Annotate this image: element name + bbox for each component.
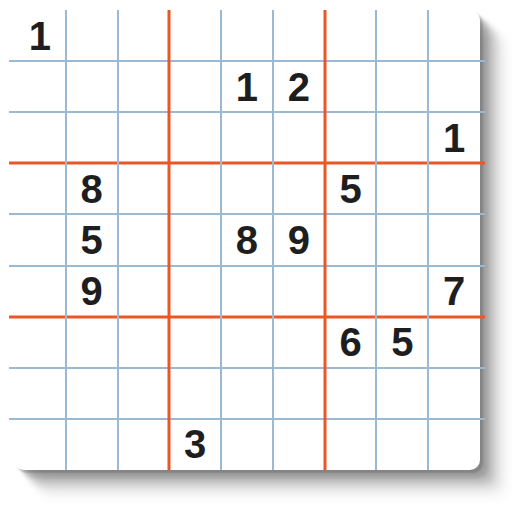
cell-r6c8[interactable]: [376, 266, 428, 317]
cell-r5c1[interactable]: [14, 214, 66, 265]
cell-r3c5[interactable]: [221, 112, 273, 163]
cell-r9c9[interactable]: [428, 419, 480, 470]
cell-r9c7[interactable]: [325, 419, 377, 470]
cell-r3c9[interactable]: 1: [428, 112, 480, 163]
cell-r2c8[interactable]: [376, 61, 428, 112]
cell-r6c6[interactable]: [273, 266, 325, 317]
cell-r5c8[interactable]: [376, 214, 428, 265]
cell-r1c1[interactable]: 1: [14, 10, 66, 61]
cell-r3c6[interactable]: [273, 112, 325, 163]
cell-r2c7[interactable]: [325, 61, 377, 112]
cell-r9c6[interactable]: [273, 419, 325, 470]
cell-r2c1[interactable]: [14, 61, 66, 112]
cell-r8c8[interactable]: [376, 368, 428, 419]
cell-r4c2[interactable]: 8: [66, 163, 118, 214]
cell-r5c6[interactable]: 9: [273, 214, 325, 265]
cell-r7c4[interactable]: [169, 317, 221, 368]
cell-r6c9[interactable]: 7: [428, 266, 480, 317]
cell-r5c9[interactable]: [428, 214, 480, 265]
cell-r1c6[interactable]: [273, 10, 325, 61]
cell-r2c2[interactable]: [66, 61, 118, 112]
cell-r6c3[interactable]: [118, 266, 170, 317]
cell-r5c2[interactable]: 5: [66, 214, 118, 265]
cell-r4c7[interactable]: 5: [325, 163, 377, 214]
sudoku-grid: 11218558997653: [14, 10, 480, 470]
cell-r7c6[interactable]: [273, 317, 325, 368]
cell-r2c9[interactable]: [428, 61, 480, 112]
cell-r4c8[interactable]: [376, 163, 428, 214]
cell-r8c5[interactable]: [221, 368, 273, 419]
cell-r1c8[interactable]: [376, 10, 428, 61]
cell-r8c6[interactable]: [273, 368, 325, 419]
cell-r7c9[interactable]: [428, 317, 480, 368]
cell-r3c4[interactable]: [169, 112, 221, 163]
cell-r9c3[interactable]: [118, 419, 170, 470]
cell-r1c9[interactable]: [428, 10, 480, 61]
cell-r8c4[interactable]: [169, 368, 221, 419]
cell-r9c5[interactable]: [221, 419, 273, 470]
cell-r1c3[interactable]: [118, 10, 170, 61]
cell-r8c1[interactable]: [14, 368, 66, 419]
cell-r9c4[interactable]: 3: [169, 419, 221, 470]
cell-r4c9[interactable]: [428, 163, 480, 214]
cell-r2c6[interactable]: 2: [273, 61, 325, 112]
cell-r4c4[interactable]: [169, 163, 221, 214]
cell-r8c3[interactable]: [118, 368, 170, 419]
cell-r9c8[interactable]: [376, 419, 428, 470]
cell-r2c4[interactable]: [169, 61, 221, 112]
cell-r8c7[interactable]: [325, 368, 377, 419]
cell-r5c7[interactable]: [325, 214, 377, 265]
cell-r1c4[interactable]: [169, 10, 221, 61]
cell-r2c3[interactable]: [118, 61, 170, 112]
cell-r1c7[interactable]: [325, 10, 377, 61]
page-background: 11218558997653: [0, 0, 512, 512]
cell-r3c2[interactable]: [66, 112, 118, 163]
cell-r5c3[interactable]: [118, 214, 170, 265]
cell-r1c5[interactable]: [221, 10, 273, 61]
cell-r3c7[interactable]: [325, 112, 377, 163]
cell-r3c1[interactable]: [14, 112, 66, 163]
cell-r6c5[interactable]: [221, 266, 273, 317]
cell-r2c5[interactable]: 1: [221, 61, 273, 112]
cell-r7c1[interactable]: [14, 317, 66, 368]
cell-r6c2[interactable]: 9: [66, 266, 118, 317]
cell-r5c4[interactable]: [169, 214, 221, 265]
cell-r4c6[interactable]: [273, 163, 325, 214]
cell-r3c3[interactable]: [118, 112, 170, 163]
cell-r1c2[interactable]: [66, 10, 118, 61]
cell-r7c7[interactable]: 6: [325, 317, 377, 368]
cell-r6c4[interactable]: [169, 266, 221, 317]
cell-r7c8[interactable]: 5: [376, 317, 428, 368]
cell-r4c5[interactable]: [221, 163, 273, 214]
cell-r4c1[interactable]: [14, 163, 66, 214]
cell-r9c1[interactable]: [14, 419, 66, 470]
sudoku-board: 11218558997653: [14, 10, 480, 470]
cell-r5c5[interactable]: 8: [221, 214, 273, 265]
cell-r6c1[interactable]: [14, 266, 66, 317]
cell-r4c3[interactable]: [118, 163, 170, 214]
cell-r8c9[interactable]: [428, 368, 480, 419]
cell-r9c2[interactable]: [66, 419, 118, 470]
cell-r6c7[interactable]: [325, 266, 377, 317]
cell-r7c2[interactable]: [66, 317, 118, 368]
cell-r7c3[interactable]: [118, 317, 170, 368]
cell-r8c2[interactable]: [66, 368, 118, 419]
cell-r7c5[interactable]: [221, 317, 273, 368]
cell-r3c8[interactable]: [376, 112, 428, 163]
